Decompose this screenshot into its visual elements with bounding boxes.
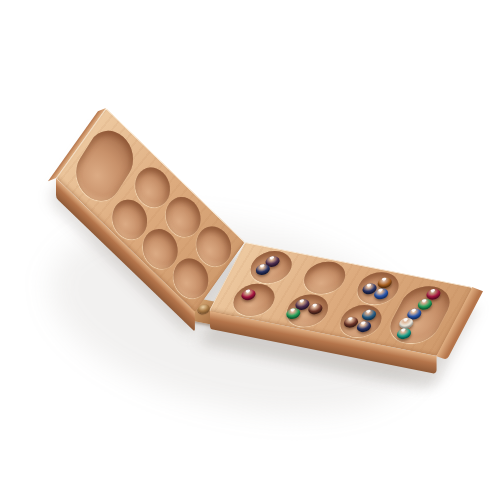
pit-right-near-1[interactable] bbox=[227, 281, 281, 320]
pit-left-store[interactable] bbox=[68, 120, 142, 211]
pit-right-near-2[interactable] bbox=[280, 291, 334, 330]
mancala-product-scene bbox=[0, 0, 500, 500]
bead-teal[interactable] bbox=[395, 327, 413, 340]
pit-right-far-2[interactable] bbox=[298, 258, 352, 297]
pit-right-far-3[interactable] bbox=[351, 269, 405, 308]
bead-crimson[interactable] bbox=[239, 288, 257, 301]
pit-right-near-3[interactable] bbox=[334, 302, 388, 341]
bead-steel[interactable] bbox=[360, 308, 378, 321]
pit-right-far-1[interactable] bbox=[244, 248, 298, 287]
bead-amber[interactable] bbox=[375, 276, 393, 289]
